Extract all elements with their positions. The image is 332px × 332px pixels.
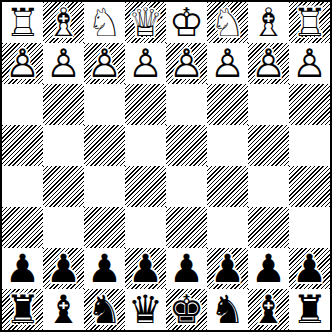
white-king-glyph: ♔	[166, 2, 207, 43]
piece-black-knight[interactable]: ♞♞	[84, 289, 125, 330]
square-g3[interactable]	[248, 207, 289, 248]
piece-white-pawn[interactable]: ♟♙	[84, 43, 125, 84]
white-pawn-glyph: ♙	[2, 43, 43, 84]
square-e2[interactable]: ♟♟	[166, 248, 207, 289]
square-c6[interactable]	[84, 84, 125, 125]
square-e1[interactable]: ♚♚	[166, 289, 207, 330]
square-f4[interactable]	[207, 166, 248, 207]
piece-white-king[interactable]: ♚♔	[166, 2, 207, 43]
square-c7[interactable]: ♟♙	[84, 43, 125, 84]
white-pawn-glyph: ♙	[166, 43, 207, 84]
black-pawn-glyph: ♟	[166, 248, 207, 289]
square-b3[interactable]	[43, 207, 84, 248]
square-e7[interactable]: ♟♙	[166, 43, 207, 84]
black-queen-glyph: ♛	[125, 289, 166, 330]
square-h5[interactable]	[289, 125, 330, 166]
black-pawn-glyph: ♟	[2, 248, 43, 289]
white-pawn-glyph: ♙	[43, 43, 84, 84]
white-rook-glyph: ♖	[2, 2, 43, 43]
square-d4[interactable]	[125, 166, 166, 207]
black-pawn-glyph: ♟	[248, 248, 289, 289]
black-pawn-glyph: ♟	[43, 248, 84, 289]
square-e4[interactable]	[166, 166, 207, 207]
square-b5[interactable]	[43, 125, 84, 166]
square-g8[interactable]: ♝♗	[248, 2, 289, 43]
square-f3[interactable]	[207, 207, 248, 248]
white-queen-glyph: ♕	[125, 2, 166, 43]
piece-black-pawn[interactable]: ♟♟	[289, 248, 330, 289]
black-rook-glyph: ♜	[289, 289, 330, 330]
square-h8[interactable]: ♜♖	[289, 2, 330, 43]
piece-white-bishop[interactable]: ♝♗	[248, 2, 289, 43]
piece-white-pawn[interactable]: ♟♙	[166, 43, 207, 84]
piece-white-bishop[interactable]: ♝♗	[43, 2, 84, 43]
square-g5[interactable]	[248, 125, 289, 166]
square-g1[interactable]: ♝♝	[248, 289, 289, 330]
square-a4[interactable]	[2, 166, 43, 207]
piece-black-pawn[interactable]: ♟♟	[43, 248, 84, 289]
piece-black-rook[interactable]: ♜♜	[289, 289, 330, 330]
square-a5[interactable]	[2, 125, 43, 166]
square-e6[interactable]	[166, 84, 207, 125]
square-c1[interactable]: ♞♞	[84, 289, 125, 330]
square-f1[interactable]: ♞♞	[207, 289, 248, 330]
white-bishop-glyph: ♗	[248, 2, 289, 43]
square-h2[interactable]: ♟♟	[289, 248, 330, 289]
piece-white-pawn[interactable]: ♟♙	[125, 43, 166, 84]
square-d6[interactable]	[125, 84, 166, 125]
square-c4[interactable]	[84, 166, 125, 207]
square-e8[interactable]: ♚♔	[166, 2, 207, 43]
white-knight-glyph: ♘	[207, 2, 248, 43]
piece-white-knight[interactable]: ♞♘	[207, 2, 248, 43]
piece-white-pawn[interactable]: ♟♙	[43, 43, 84, 84]
piece-white-pawn[interactable]: ♟♙	[289, 43, 330, 84]
piece-black-rook[interactable]: ♜♜	[2, 289, 43, 330]
square-b6[interactable]	[43, 84, 84, 125]
square-a6[interactable]	[2, 84, 43, 125]
piece-black-pawn[interactable]: ♟♟	[207, 248, 248, 289]
black-bishop-glyph: ♝	[248, 289, 289, 330]
piece-black-bishop[interactable]: ♝♝	[248, 289, 289, 330]
piece-black-pawn[interactable]: ♟♟	[166, 248, 207, 289]
white-pawn-glyph: ♙	[84, 43, 125, 84]
white-bishop-glyph: ♗	[43, 2, 84, 43]
square-d7[interactable]: ♟♙	[125, 43, 166, 84]
square-c5[interactable]	[84, 125, 125, 166]
square-d5[interactable]	[125, 125, 166, 166]
black-pawn-glyph: ♟	[289, 248, 330, 289]
square-a1[interactable]: ♜♜	[2, 289, 43, 330]
white-pawn-glyph: ♙	[125, 43, 166, 84]
square-g7[interactable]: ♟♙	[248, 43, 289, 84]
square-h7[interactable]: ♟♙	[289, 43, 330, 84]
square-d1[interactable]: ♛♛	[125, 289, 166, 330]
black-pawn-glyph: ♟	[84, 248, 125, 289]
black-knight-glyph: ♞	[84, 289, 125, 330]
square-d3[interactable]	[125, 207, 166, 248]
piece-white-pawn[interactable]: ♟♙	[248, 43, 289, 84]
square-b2[interactable]: ♟♟	[43, 248, 84, 289]
square-g2[interactable]: ♟♟	[248, 248, 289, 289]
piece-black-knight[interactable]: ♞♞	[207, 289, 248, 330]
black-pawn-glyph: ♟	[207, 248, 248, 289]
black-pawn-glyph: ♟	[125, 248, 166, 289]
piece-white-pawn[interactable]: ♟♙	[207, 43, 248, 84]
piece-white-pawn[interactable]: ♟♙	[2, 43, 43, 84]
square-a8[interactable]: ♜♖	[2, 2, 43, 43]
square-f2[interactable]: ♟♟	[207, 248, 248, 289]
black-king-glyph: ♚	[166, 289, 207, 330]
piece-black-bishop[interactable]: ♝♝	[43, 289, 84, 330]
piece-white-rook[interactable]: ♜♖	[2, 2, 43, 43]
square-d8[interactable]: ♛♕	[125, 2, 166, 43]
square-a7[interactable]: ♟♙	[2, 43, 43, 84]
square-f8[interactable]: ♞♘	[207, 2, 248, 43]
square-c3[interactable]	[84, 207, 125, 248]
square-a2[interactable]: ♟♟	[2, 248, 43, 289]
black-rook-glyph: ♜	[2, 289, 43, 330]
square-c8[interactable]: ♞♘	[84, 2, 125, 43]
piece-black-pawn[interactable]: ♟♟	[125, 248, 166, 289]
square-f7[interactable]: ♟♙	[207, 43, 248, 84]
square-b8[interactable]: ♝♗	[43, 2, 84, 43]
black-bishop-glyph: ♝	[43, 289, 84, 330]
square-b7[interactable]: ♟♙	[43, 43, 84, 84]
piece-black-pawn[interactable]: ♟♟	[84, 248, 125, 289]
square-f6[interactable]	[207, 84, 248, 125]
chess-board: ♜♖♝♗♞♘♛♕♚♔♞♘♝♗♜♖♟♙♟♙♟♙♟♙♟♙♟♙♟♙♟♙♟♟♟♟♟♟♟♟…	[0, 0, 332, 332]
white-rook-glyph: ♖	[289, 2, 330, 43]
piece-black-pawn[interactable]: ♟♟	[2, 248, 43, 289]
square-h1[interactable]: ♜♜	[289, 289, 330, 330]
square-h4[interactable]	[289, 166, 330, 207]
square-h6[interactable]	[289, 84, 330, 125]
square-g6[interactable]	[248, 84, 289, 125]
square-a3[interactable]	[2, 207, 43, 248]
square-h3[interactable]	[289, 207, 330, 248]
square-b1[interactable]: ♝♝	[43, 289, 84, 330]
square-g4[interactable]	[248, 166, 289, 207]
white-pawn-glyph: ♙	[207, 43, 248, 84]
square-e5[interactable]	[166, 125, 207, 166]
piece-black-pawn[interactable]: ♟♟	[248, 248, 289, 289]
piece-white-knight[interactable]: ♞♘	[84, 2, 125, 43]
piece-white-queen[interactable]: ♛♕	[125, 2, 166, 43]
piece-black-queen[interactable]: ♛♛	[125, 289, 166, 330]
white-knight-glyph: ♘	[84, 2, 125, 43]
square-d2[interactable]: ♟♟	[125, 248, 166, 289]
square-b4[interactable]	[43, 166, 84, 207]
square-f5[interactable]	[207, 125, 248, 166]
square-c2[interactable]: ♟♟	[84, 248, 125, 289]
square-e3[interactable]	[166, 207, 207, 248]
white-pawn-glyph: ♙	[289, 43, 330, 84]
piece-black-king[interactable]: ♚♚	[166, 289, 207, 330]
piece-white-rook[interactable]: ♜♖	[289, 2, 330, 43]
black-knight-glyph: ♞	[207, 289, 248, 330]
white-pawn-glyph: ♙	[248, 43, 289, 84]
